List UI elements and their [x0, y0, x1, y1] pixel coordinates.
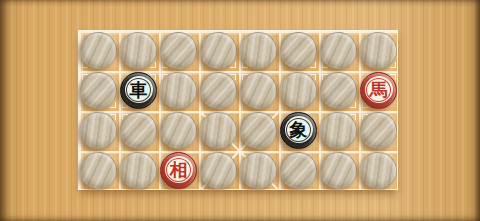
hidden-piece[interactable]	[240, 152, 277, 189]
hidden-piece[interactable]	[240, 112, 277, 149]
board-cell[interactable]	[238, 110, 278, 150]
hidden-piece[interactable]	[280, 152, 317, 189]
board-cell[interactable]	[78, 150, 118, 190]
hidden-piece[interactable]	[120, 152, 157, 189]
piece-face: 車	[125, 76, 153, 103]
hidden-piece[interactable]	[360, 152, 397, 189]
banqi-board: 車馬象相	[78, 30, 398, 190]
board-cell[interactable]	[198, 110, 238, 150]
hidden-piece[interactable]	[360, 32, 397, 69]
board-cell[interactable]: 車	[118, 70, 158, 110]
board-cell[interactable]	[198, 70, 238, 110]
piece-face: 馬	[365, 76, 393, 103]
board-cell[interactable]	[158, 70, 198, 110]
board-cell[interactable]	[198, 150, 238, 190]
hidden-piece[interactable]	[320, 152, 357, 189]
board-cell[interactable]	[358, 150, 398, 190]
board-cell[interactable]	[278, 150, 318, 190]
hidden-piece[interactable]	[80, 32, 117, 69]
revealed-piece-horse[interactable]: 馬	[360, 72, 397, 109]
piece-glyph-elephant: 象	[290, 121, 308, 139]
board-cell[interactable]	[118, 150, 158, 190]
board-cell[interactable]: 相	[158, 150, 198, 190]
board-cell[interactable]	[318, 70, 358, 110]
piece-glyph-chariot: 車	[130, 81, 148, 99]
hidden-piece[interactable]	[280, 32, 317, 69]
revealed-piece-minister[interactable]: 相	[160, 152, 197, 189]
board-cell[interactable]	[118, 110, 158, 150]
hidden-piece[interactable]	[120, 112, 157, 149]
revealed-piece-chariot[interactable]: 車	[120, 72, 157, 109]
hidden-piece[interactable]	[280, 72, 317, 109]
board-cell[interactable]	[318, 110, 358, 150]
board-cell[interactable]	[238, 30, 278, 70]
hidden-piece[interactable]	[160, 72, 197, 109]
board-cell[interactable]	[118, 30, 158, 70]
hidden-piece[interactable]	[200, 72, 237, 109]
hidden-piece[interactable]	[80, 112, 117, 149]
hidden-piece[interactable]	[120, 32, 157, 69]
board-cell[interactable]	[158, 30, 198, 70]
board-cell[interactable]	[278, 70, 318, 110]
piece-face: 象	[285, 116, 313, 143]
board-cell[interactable]	[238, 70, 278, 110]
hidden-piece[interactable]	[160, 112, 197, 149]
board-cell[interactable]	[278, 30, 318, 70]
hidden-piece[interactable]	[320, 32, 357, 69]
hidden-piece[interactable]	[320, 112, 357, 149]
board-cell[interactable]	[78, 110, 118, 150]
board-cell[interactable]	[158, 110, 198, 150]
board-cell[interactable]: 馬	[358, 70, 398, 110]
hidden-piece[interactable]	[80, 152, 117, 189]
board-grid: 車馬象相	[78, 30, 398, 190]
hidden-piece[interactable]	[360, 112, 397, 149]
wooden-table-background: 車馬象相	[0, 0, 480, 221]
board-cell[interactable]	[358, 30, 398, 70]
hidden-piece[interactable]	[160, 32, 197, 69]
piece-glyph-horse: 馬	[370, 81, 388, 99]
piece-glyph-minister: 相	[170, 161, 188, 179]
board-cell[interactable]	[198, 30, 238, 70]
board-cell[interactable]	[358, 110, 398, 150]
hidden-piece[interactable]	[200, 32, 237, 69]
board-cell[interactable]	[78, 30, 118, 70]
hidden-piece[interactable]	[200, 152, 237, 189]
hidden-piece[interactable]	[320, 72, 357, 109]
piece-face: 相	[165, 156, 193, 183]
hidden-piece[interactable]	[240, 32, 277, 69]
board-cell[interactable]	[318, 150, 358, 190]
board-cell[interactable]	[238, 150, 278, 190]
board-cell[interactable]	[78, 70, 118, 110]
revealed-piece-elephant[interactable]: 象	[280, 112, 317, 149]
hidden-piece[interactable]	[80, 72, 117, 109]
hidden-piece[interactable]	[240, 72, 277, 109]
board-cell[interactable]	[318, 30, 358, 70]
hidden-piece[interactable]	[200, 112, 237, 149]
board-cell[interactable]: 象	[278, 110, 318, 150]
